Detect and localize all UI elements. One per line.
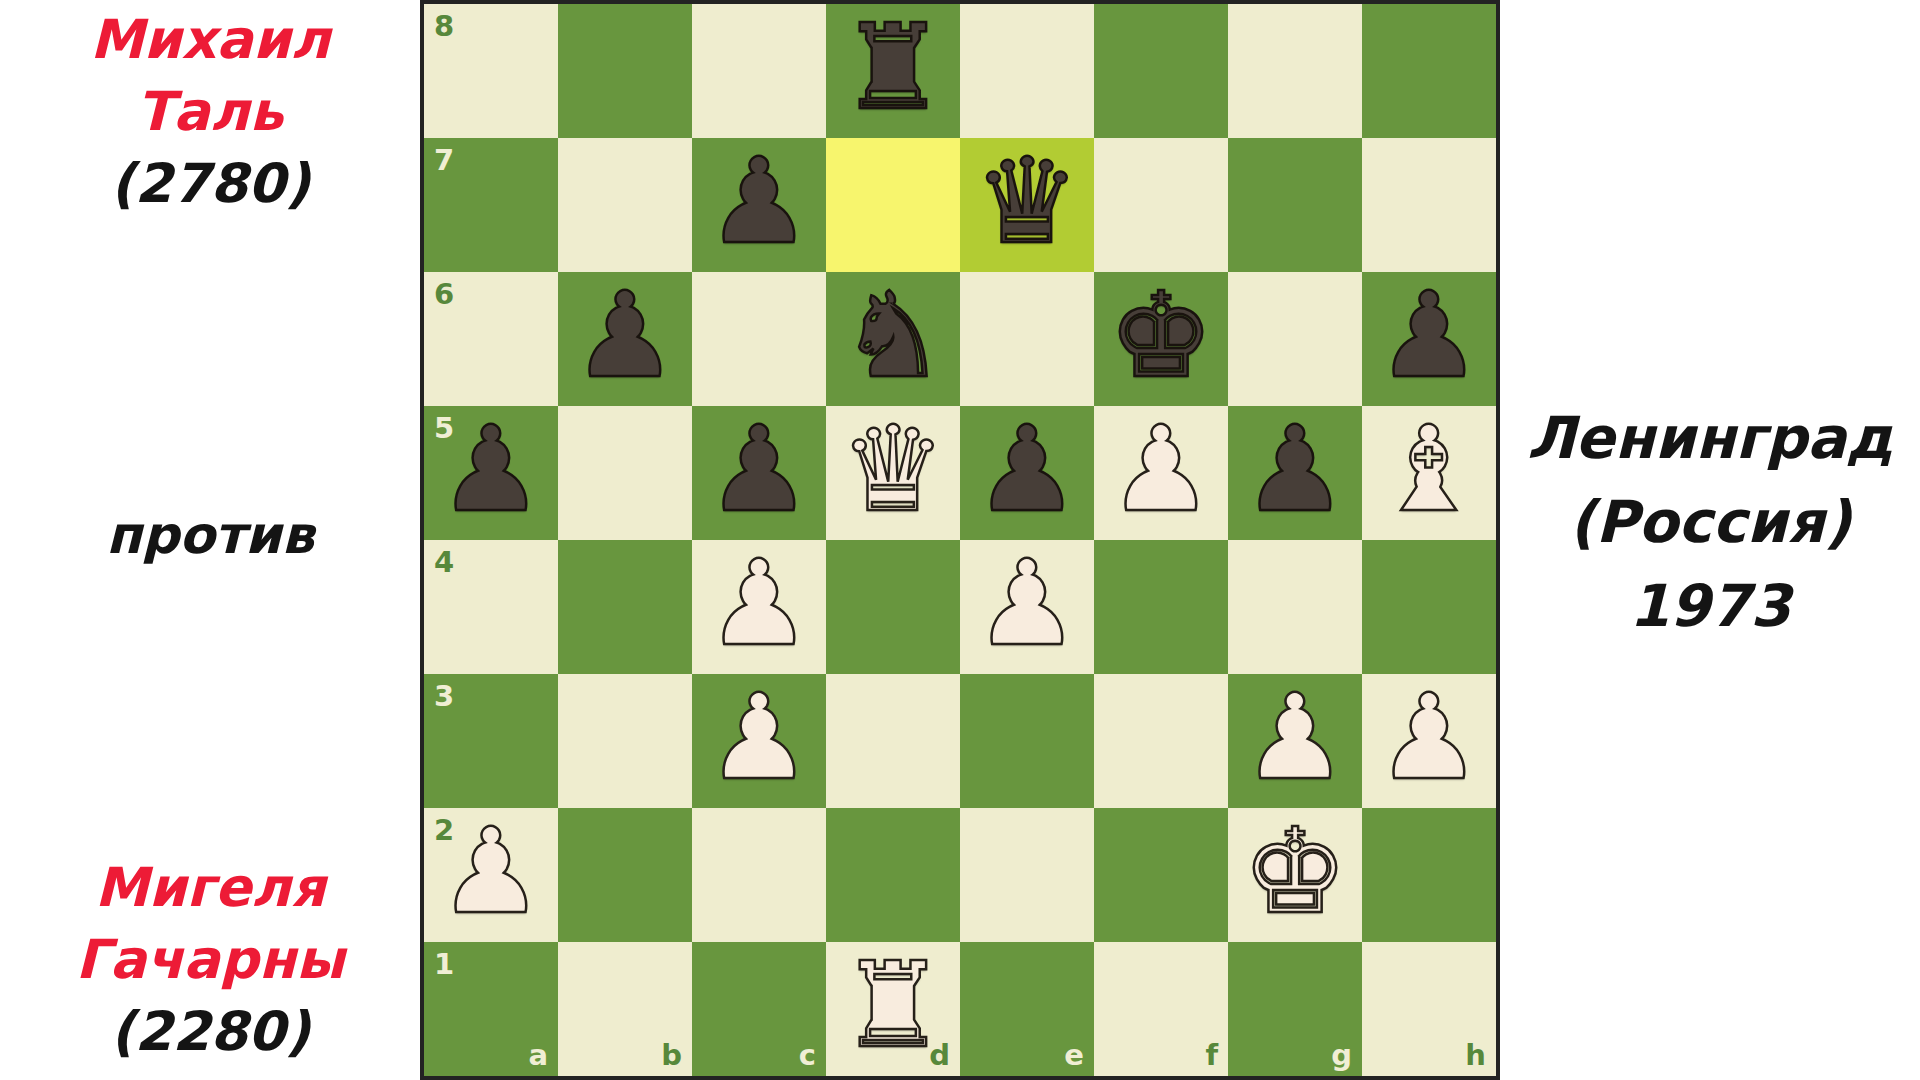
black-pawn-piece[interactable]: ♟ (1376, 276, 1482, 394)
white-pawn-piece[interactable]: ♟ (1242, 678, 1348, 796)
player-bottom-last-name: Гачарны (0, 924, 420, 996)
square-e1[interactable]: e (960, 942, 1094, 1076)
file-label-h: h (1465, 1041, 1486, 1070)
square-d5[interactable]: ♛ (826, 406, 960, 540)
black-pawn-piece[interactable]: ♟ (438, 410, 544, 528)
event-label: Ленинград (Россия) 1973 (1500, 396, 1920, 648)
white-pawn-piece[interactable]: ♟ (1108, 410, 1214, 528)
square-c4[interactable]: ♟ (692, 540, 826, 674)
square-e8[interactable] (960, 4, 1094, 138)
square-g1[interactable]: g (1228, 942, 1362, 1076)
square-d8[interactable]: ♜ (826, 4, 960, 138)
square-e4[interactable]: ♟ (960, 540, 1094, 674)
square-h2[interactable] (1362, 808, 1496, 942)
player-top-label: Михаил Таль (2780) (0, 4, 420, 220)
rank-label-7: 7 (434, 146, 454, 175)
square-c2[interactable] (692, 808, 826, 942)
square-g5[interactable]: ♟ (1228, 406, 1362, 540)
player-top-rating: (2780) (0, 148, 420, 220)
file-label-f: f (1205, 1041, 1218, 1070)
rank-label-1: 1 (434, 950, 454, 979)
square-h5[interactable]: ♝ (1362, 406, 1496, 540)
square-f2[interactable] (1094, 808, 1228, 942)
square-h6[interactable]: ♟ (1362, 272, 1496, 406)
square-h7[interactable] (1362, 138, 1496, 272)
black-pawn-piece[interactable]: ♟ (974, 410, 1080, 528)
square-h8[interactable] (1362, 4, 1496, 138)
square-a8[interactable]: 8 (424, 4, 558, 138)
square-d4[interactable] (826, 540, 960, 674)
square-e5[interactable]: ♟ (960, 406, 1094, 540)
square-c5[interactable]: ♟ (692, 406, 826, 540)
square-a2[interactable]: 2♟ (424, 808, 558, 942)
black-rook-piece[interactable]: ♜ (840, 8, 946, 126)
file-label-c: c (799, 1041, 816, 1070)
square-d1[interactable]: d♜ (826, 942, 960, 1076)
white-pawn-piece[interactable]: ♟ (706, 678, 812, 796)
black-knight-piece[interactable]: ♞ (840, 276, 946, 394)
square-g3[interactable]: ♟ (1228, 674, 1362, 808)
player-top-last-name: Таль (0, 76, 420, 148)
white-rook-piece[interactable]: ♜ (840, 946, 946, 1064)
square-f3[interactable] (1094, 674, 1228, 808)
white-pawn-piece[interactable]: ♟ (1376, 678, 1482, 796)
square-d2[interactable] (826, 808, 960, 942)
square-b1[interactable]: b (558, 942, 692, 1076)
square-e6[interactable] (960, 272, 1094, 406)
black-queen-piece[interactable]: ♛ (974, 142, 1080, 260)
square-g2[interactable]: ♚ (1228, 808, 1362, 942)
square-f1[interactable]: f (1094, 942, 1228, 1076)
square-a4[interactable]: 4 (424, 540, 558, 674)
square-h4[interactable] (1362, 540, 1496, 674)
white-bishop-piece[interactable]: ♝ (1376, 410, 1482, 528)
player-top-first-name: Михаил (0, 4, 420, 76)
file-label-a: a (528, 1041, 548, 1070)
file-label-e: e (1064, 1041, 1084, 1070)
square-e3[interactable] (960, 674, 1094, 808)
white-pawn-piece[interactable]: ♟ (438, 812, 544, 930)
chess-board: 8♜7♟♛6♟♞♚♟5♟♟♛♟♟♟♝4♟♟3♟♟♟2♟♚1abcd♜efgh (420, 0, 1500, 1080)
square-b3[interactable] (558, 674, 692, 808)
square-b2[interactable] (558, 808, 692, 942)
player-bottom-rating: (2280) (0, 996, 420, 1068)
white-queen-piece[interactable]: ♛ (840, 410, 946, 528)
square-f7[interactable] (1094, 138, 1228, 272)
square-b5[interactable] (558, 406, 692, 540)
rank-label-8: 8 (434, 12, 454, 41)
player-bottom-label: Мигеля Гачарны (2280) (0, 852, 420, 1068)
square-f8[interactable] (1094, 4, 1228, 138)
square-f5[interactable]: ♟ (1094, 406, 1228, 540)
square-h1[interactable]: h (1362, 942, 1496, 1076)
square-f6[interactable]: ♚ (1094, 272, 1228, 406)
square-a5[interactable]: 5♟ (424, 406, 558, 540)
white-king-piece[interactable]: ♚ (1242, 812, 1348, 930)
black-pawn-piece[interactable]: ♟ (706, 410, 812, 528)
square-g8[interactable] (1228, 4, 1362, 138)
square-b4[interactable] (558, 540, 692, 674)
square-a7[interactable]: 7 (424, 138, 558, 272)
square-e7[interactable]: ♛ (960, 138, 1094, 272)
square-c6[interactable] (692, 272, 826, 406)
square-g4[interactable] (1228, 540, 1362, 674)
page: Михаил Таль (2780) против Мигеля Гачарны… (0, 0, 1920, 1080)
square-a3[interactable]: 3 (424, 674, 558, 808)
square-a6[interactable]: 6 (424, 272, 558, 406)
square-g6[interactable] (1228, 272, 1362, 406)
rank-label-4: 4 (434, 548, 454, 577)
versus-label: против (0, 503, 420, 567)
square-b8[interactable] (558, 4, 692, 138)
black-pawn-piece[interactable]: ♟ (572, 276, 678, 394)
white-pawn-piece[interactable]: ♟ (706, 544, 812, 662)
square-c1[interactable]: c (692, 942, 826, 1076)
rank-label-3: 3 (434, 682, 454, 711)
black-king-piece[interactable]: ♚ (1108, 276, 1214, 394)
square-c7[interactable]: ♟ (692, 138, 826, 272)
square-c8[interactable] (692, 4, 826, 138)
event-year: 1973 (1500, 564, 1920, 648)
square-e2[interactable] (960, 808, 1094, 942)
event-country: (Россия) (1500, 480, 1920, 564)
black-pawn-piece[interactable]: ♟ (706, 142, 812, 260)
square-c3[interactable]: ♟ (692, 674, 826, 808)
square-b6[interactable]: ♟ (558, 272, 692, 406)
square-a1[interactable]: 1a (424, 942, 558, 1076)
white-pawn-piece[interactable]: ♟ (974, 544, 1080, 662)
file-label-b: b (661, 1041, 682, 1070)
square-f4[interactable] (1094, 540, 1228, 674)
player-bottom-first-name: Мигеля (0, 852, 420, 924)
square-h3[interactable]: ♟ (1362, 674, 1496, 808)
square-d3[interactable] (826, 674, 960, 808)
square-g7[interactable] (1228, 138, 1362, 272)
square-d7[interactable] (826, 138, 960, 272)
square-d6[interactable]: ♞ (826, 272, 960, 406)
square-b7[interactable] (558, 138, 692, 272)
rank-label-6: 6 (434, 280, 454, 309)
black-pawn-piece[interactable]: ♟ (1242, 410, 1348, 528)
file-label-g: g (1331, 1041, 1352, 1070)
event-city: Ленинград (1500, 396, 1920, 480)
